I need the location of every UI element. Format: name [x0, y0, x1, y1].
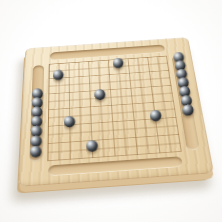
game-board — [18, 37, 214, 187]
ball-channel-bottom — [48, 156, 183, 176]
marble-on-board[interactable] — [52, 69, 63, 80]
marble-on-board[interactable] — [149, 109, 161, 121]
marble-on-board[interactable] — [113, 57, 124, 68]
marble-left-tray[interactable] — [29, 145, 42, 158]
play-grid[interactable] — [47, 56, 181, 162]
marble-on-board[interactable] — [94, 89, 106, 101]
marble-right-tray[interactable] — [181, 104, 193, 116]
ball-tray-left — [29, 65, 44, 162]
marble-on-board[interactable] — [63, 115, 75, 127]
product-photo — [0, 0, 222, 222]
marble-on-board[interactable] — [85, 140, 97, 152]
